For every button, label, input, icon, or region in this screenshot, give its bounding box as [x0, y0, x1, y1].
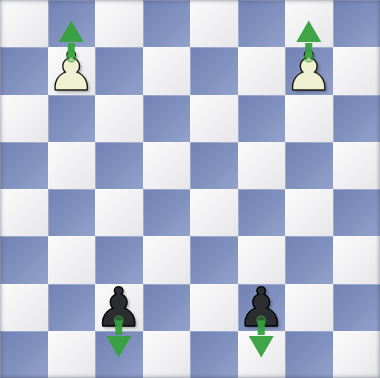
square-e4[interactable] [190, 189, 238, 236]
square-h1[interactable] [333, 331, 380, 378]
square-b7[interactable]: ♟ [48, 47, 96, 94]
square-h7[interactable] [333, 47, 380, 94]
square-c8[interactable] [95, 0, 143, 47]
square-a2[interactable] [0, 284, 48, 331]
square-f2[interactable]: ♟ [238, 284, 286, 331]
square-c7[interactable] [95, 47, 143, 94]
square-d8[interactable] [143, 0, 191, 47]
square-h3[interactable] [333, 236, 380, 283]
square-d3[interactable] [143, 236, 191, 283]
square-e1[interactable] [190, 331, 238, 378]
square-f7[interactable] [238, 47, 286, 94]
square-h6[interactable] [333, 95, 380, 142]
square-d5[interactable] [143, 142, 191, 189]
square-e2[interactable] [190, 284, 238, 331]
square-a6[interactable] [0, 95, 48, 142]
square-a7[interactable] [0, 47, 48, 94]
white-pawn-b7[interactable]: ♟ [48, 48, 96, 95]
square-a8[interactable] [0, 0, 48, 47]
square-a1[interactable] [0, 331, 48, 378]
square-e7[interactable] [190, 47, 238, 94]
square-c6[interactable] [95, 95, 143, 142]
square-a4[interactable] [0, 189, 48, 236]
square-e5[interactable] [190, 142, 238, 189]
square-g4[interactable] [285, 189, 333, 236]
square-g1[interactable] [285, 331, 333, 378]
square-f4[interactable] [238, 189, 286, 236]
square-f6[interactable] [238, 95, 286, 142]
square-g2[interactable] [285, 284, 333, 331]
square-e8[interactable] [190, 0, 238, 47]
square-a5[interactable] [0, 142, 48, 189]
square-f8[interactable] [238, 0, 286, 47]
square-d2[interactable] [143, 284, 191, 331]
square-c5[interactable] [95, 142, 143, 189]
square-e3[interactable] [190, 236, 238, 283]
square-d1[interactable] [143, 331, 191, 378]
square-e6[interactable] [190, 95, 238, 142]
square-h5[interactable] [333, 142, 380, 189]
square-g5[interactable] [285, 142, 333, 189]
square-d6[interactable] [143, 95, 191, 142]
square-b4[interactable] [48, 189, 96, 236]
chess-board[interactable]: ♟♟♟♟ [0, 0, 380, 378]
square-c2[interactable]: ♟ [95, 284, 143, 331]
square-h2[interactable] [333, 284, 380, 331]
square-b2[interactable] [48, 284, 96, 331]
square-a3[interactable] [0, 236, 48, 283]
square-b1[interactable] [48, 331, 96, 378]
black-pawn-c2[interactable]: ♟ [95, 285, 143, 332]
square-h4[interactable] [333, 189, 380, 236]
square-g7[interactable]: ♟ [285, 47, 333, 94]
white-pawn-g7[interactable]: ♟ [285, 48, 333, 95]
square-d7[interactable] [143, 47, 191, 94]
square-b5[interactable] [48, 142, 96, 189]
square-d4[interactable] [143, 189, 191, 236]
square-b3[interactable] [48, 236, 96, 283]
square-c4[interactable] [95, 189, 143, 236]
board-container: ♟♟♟♟ [0, 0, 380, 378]
black-pawn-f2[interactable]: ♟ [238, 285, 286, 332]
square-g3[interactable] [285, 236, 333, 283]
square-h8[interactable] [333, 0, 380, 47]
square-f5[interactable] [238, 142, 286, 189]
